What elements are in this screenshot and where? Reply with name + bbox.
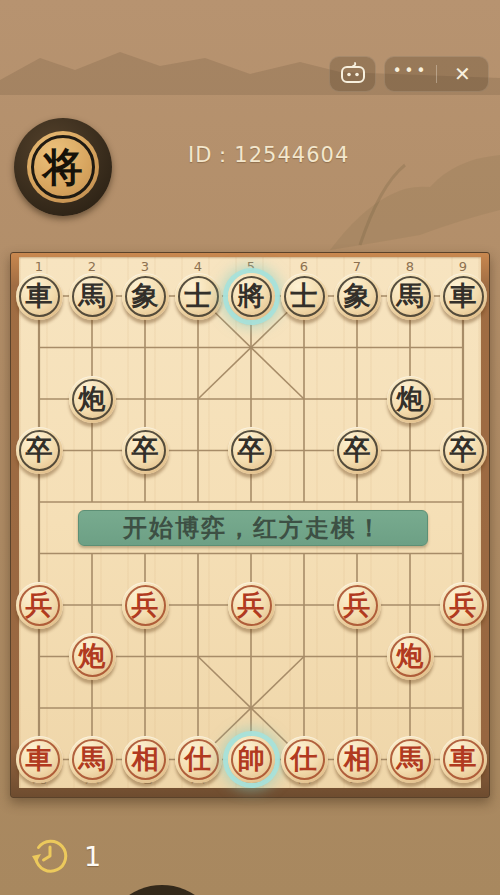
board-point-r6-c7[interactable]: [384, 579, 437, 631]
piece-red-兵[interactable]: 兵: [228, 582, 275, 629]
piece-char: 炮: [79, 642, 106, 669]
board-point-r2-c2[interactable]: [119, 373, 172, 425]
board-point-r1-c4[interactable]: [225, 322, 278, 374]
board-point-r2-c3[interactable]: [172, 373, 225, 425]
board-point-r9-c5[interactable]: 仕: [278, 734, 331, 786]
board-point-r4-c0[interactable]: [13, 476, 66, 528]
piece-black-車[interactable]: 車: [440, 273, 487, 320]
board-point-r1-c3[interactable]: [172, 322, 225, 374]
window-controls: ••• ✕: [384, 56, 489, 92]
board-point-r0-c3[interactable]: 士: [172, 270, 225, 322]
piece-char: 兵: [238, 591, 265, 618]
piece-red-炮[interactable]: 炮: [387, 633, 434, 680]
piece-char: 卒: [132, 436, 159, 463]
piece-char: 卒: [26, 436, 53, 463]
xiangqi-board[interactable]: 123456789 九八七六五四三二一 車馬象士將士象馬車炮炮卒卒卒卒卒兵兵兵兵…: [10, 252, 490, 798]
board-point-r1-c2[interactable]: [119, 322, 172, 374]
piece-black-卒[interactable]: 卒: [16, 427, 63, 474]
board-point-r8-c4[interactable]: [225, 682, 278, 734]
board-point-r7-c1[interactable]: 炮: [66, 631, 119, 683]
board-point-r3-c6[interactable]: 卒: [331, 425, 384, 477]
piece-char: 兵: [450, 591, 477, 618]
board-point-r8-c5[interactable]: [278, 682, 331, 734]
player-id: ID：12544604: [188, 141, 349, 169]
board-point-r3-c4[interactable]: 卒: [225, 425, 278, 477]
piece-black-卒[interactable]: 卒: [334, 427, 381, 474]
board-point-r7-c5[interactable]: [278, 631, 331, 683]
board-point-r0-c8[interactable]: 車: [437, 270, 490, 322]
piece-black-卒[interactable]: 卒: [228, 427, 275, 474]
board-point-r1-c0[interactable]: [13, 322, 66, 374]
board-point-r0-c1[interactable]: 馬: [66, 270, 119, 322]
board-point-r8-c3[interactable]: [172, 682, 225, 734]
board-point-r8-c6[interactable]: [331, 682, 384, 734]
piece-red-馬[interactable]: 馬: [387, 736, 434, 783]
board-point-r6-c8[interactable]: 兵: [437, 579, 490, 631]
history-bar: 1: [28, 834, 101, 878]
piece-black-馬[interactable]: 馬: [387, 273, 434, 320]
board-point-r9-c0[interactable]: 車: [13, 734, 66, 786]
board-point-r1-c6[interactable]: [331, 322, 384, 374]
board-point-r8-c2[interactable]: [119, 682, 172, 734]
piece-red-仕[interactable]: 仕: [175, 736, 222, 783]
piece-black-象[interactable]: 象: [122, 273, 169, 320]
board-point-r6-c4[interactable]: 兵: [225, 579, 278, 631]
board-point-r2-c6[interactable]: [331, 373, 384, 425]
gamepad-button[interactable]: [329, 56, 376, 92]
piece-red-帥[interactable]: 帥: [228, 736, 275, 783]
board-point-r0-c7[interactable]: 馬: [384, 270, 437, 322]
piece-char: 相: [344, 745, 371, 772]
board-point-r7-c4[interactable]: [225, 631, 278, 683]
avatar-piece-disc: 将: [27, 131, 99, 203]
piece-char: 卒: [238, 436, 265, 463]
board-point-r2-c0[interactable]: [13, 373, 66, 425]
board-point-r8-c8[interactable]: [437, 682, 490, 734]
board-point-r2-c1[interactable]: 炮: [66, 373, 119, 425]
board-point-r9-c8[interactable]: 車: [437, 734, 490, 786]
board-point-r3-c8[interactable]: 卒: [437, 425, 490, 477]
board-point-r8-c7[interactable]: [384, 682, 437, 734]
board-point-r7-c2[interactable]: [119, 631, 172, 683]
avatar-general-char: 将: [43, 147, 83, 187]
piece-char: 馬: [397, 282, 424, 309]
piece-char: 將: [238, 282, 265, 309]
piece-black-車[interactable]: 車: [16, 273, 63, 320]
app: { "game": "xiangqi", "header": { "avatar…: [0, 0, 500, 895]
piece-red-仕[interactable]: 仕: [281, 736, 328, 783]
piece-char: 車: [26, 745, 53, 772]
player-avatar[interactable]: 将: [14, 118, 112, 216]
board-point-r8-c1[interactable]: [66, 682, 119, 734]
piece-char: 相: [132, 745, 159, 772]
piece-black-炮[interactable]: 炮: [387, 376, 434, 423]
board-point-r6-c3[interactable]: [172, 579, 225, 631]
piece-red-相[interactable]: 相: [122, 736, 169, 783]
board-point-r6-c5[interactable]: [278, 579, 331, 631]
piece-char: 兵: [344, 591, 371, 618]
board-point-r2-c8[interactable]: [437, 373, 490, 425]
piece-red-兵[interactable]: 兵: [334, 582, 381, 629]
piece-char: 炮: [397, 385, 424, 412]
status-banner: 开始博弈，红方走棋！: [78, 510, 428, 546]
board-point-r0-c2[interactable]: 象: [119, 270, 172, 322]
board-point-r5-c0[interactable]: [13, 528, 66, 580]
history-clock-icon[interactable]: [28, 834, 72, 878]
board-point-r9-c1[interactable]: 馬: [66, 734, 119, 786]
piece-black-卒[interactable]: 卒: [440, 427, 487, 474]
piece-red-相[interactable]: 相: [334, 736, 381, 783]
board-point-r3-c3[interactable]: [172, 425, 225, 477]
board-point-r7-c0[interactable]: [13, 631, 66, 683]
piece-red-車[interactable]: 車: [16, 736, 63, 783]
piece-char: 兵: [26, 591, 53, 618]
history-count: 1: [84, 841, 101, 872]
gamepad-icon: [339, 62, 367, 86]
board-point-r0-c0[interactable]: 車: [13, 270, 66, 322]
piece-black-士[interactable]: 士: [175, 273, 222, 320]
piece-red-車[interactable]: 車: [440, 736, 487, 783]
piece-char: 象: [132, 282, 159, 309]
piece-char: 仕: [185, 745, 212, 772]
bottom-player-avatar[interactable]: [103, 885, 221, 895]
board-point-r1-c1[interactable]: [66, 322, 119, 374]
board-point-r7-c7[interactable]: 炮: [384, 631, 437, 683]
piece-char: 炮: [79, 385, 106, 412]
board-point-r4-c8[interactable]: [437, 476, 490, 528]
board-point-r1-c5[interactable]: [278, 322, 331, 374]
piece-red-兵[interactable]: 兵: [122, 582, 169, 629]
board-point-r6-c1[interactable]: [66, 579, 119, 631]
piece-char: 馬: [397, 745, 424, 772]
piece-char: 卒: [344, 436, 371, 463]
board-point-r5-c8[interactable]: [437, 528, 490, 580]
board-point-r6-c2[interactable]: 兵: [119, 579, 172, 631]
close-button[interactable]: ✕: [437, 57, 488, 91]
piece-char: 象: [344, 282, 371, 309]
piece-red-兵[interactable]: 兵: [440, 582, 487, 629]
board-point-r8-c0[interactable]: [13, 682, 66, 734]
piece-black-象[interactable]: 象: [334, 273, 381, 320]
piece-char: 士: [185, 282, 212, 309]
piece-char: 兵: [132, 591, 159, 618]
close-icon: ✕: [454, 62, 471, 86]
board-point-r7-c6[interactable]: [331, 631, 384, 683]
piece-red-兵[interactable]: 兵: [16, 582, 63, 629]
more-icon: •••: [393, 53, 429, 89]
more-button[interactable]: •••: [385, 57, 436, 91]
board-point-r3-c7[interactable]: [384, 425, 437, 477]
board-point-r7-c3[interactable]: [172, 631, 225, 683]
piece-red-炮[interactable]: 炮: [69, 633, 116, 680]
board-point-r1-c7[interactable]: [384, 322, 437, 374]
board-point-r6-c6[interactable]: 兵: [331, 579, 384, 631]
board-point-r3-c2[interactable]: 卒: [119, 425, 172, 477]
piece-char: 車: [26, 282, 53, 309]
board-point-r2-c4[interactable]: [225, 373, 278, 425]
board-point-r9-c6[interactable]: 相: [331, 734, 384, 786]
piece-char: 卒: [450, 436, 477, 463]
piece-black-士[interactable]: 士: [281, 273, 328, 320]
board-point-r9-c3[interactable]: 仕: [172, 734, 225, 786]
board-point-r6-c0[interactable]: 兵: [13, 579, 66, 631]
board-point-r2-c5[interactable]: [278, 373, 331, 425]
board-point-r3-c1[interactable]: [66, 425, 119, 477]
piece-char: 馬: [79, 282, 106, 309]
board-point-r3-c5[interactable]: [278, 425, 331, 477]
board-point-r2-c7[interactable]: 炮: [384, 373, 437, 425]
board-point-r9-c7[interactable]: 馬: [384, 734, 437, 786]
piece-char: 帥: [238, 745, 265, 772]
piece-char: 車: [450, 745, 477, 772]
piece-char: 炮: [397, 642, 424, 669]
board-point-r1-c8[interactable]: [437, 322, 490, 374]
status-banner-text: 开始博弈，红方走棋！: [123, 512, 383, 544]
piece-char: 馬: [79, 745, 106, 772]
board-point-r9-c4[interactable]: 帥: [225, 734, 278, 786]
board-point-r7-c8[interactable]: [437, 631, 490, 683]
board-point-r0-c5[interactable]: 士: [278, 270, 331, 322]
piece-char: 車: [450, 282, 477, 309]
piece-char: 士: [291, 282, 318, 309]
piece-black-卒[interactable]: 卒: [122, 427, 169, 474]
piece-black-將[interactable]: 將: [228, 273, 275, 320]
piece-black-馬[interactable]: 馬: [69, 273, 116, 320]
board-point-r9-c2[interactable]: 相: [119, 734, 172, 786]
piece-black-炮[interactable]: 炮: [69, 376, 116, 423]
board-point-r3-c0[interactable]: 卒: [13, 425, 66, 477]
board-point-r0-c4[interactable]: 將: [225, 270, 278, 322]
piece-char: 仕: [291, 745, 318, 772]
piece-red-馬[interactable]: 馬: [69, 736, 116, 783]
board-point-r0-c6[interactable]: 象: [331, 270, 384, 322]
